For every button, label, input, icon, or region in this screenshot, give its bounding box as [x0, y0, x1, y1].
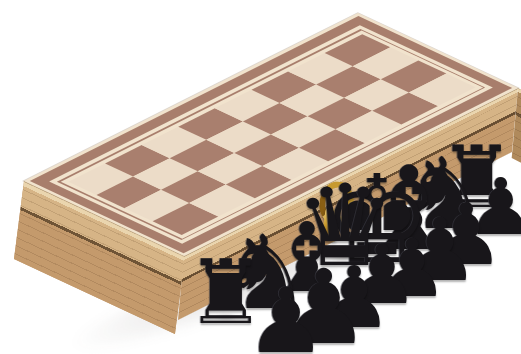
piece-black-pawn[interactable]: ♟	[241, 276, 331, 354]
product-photo-scene: ♞♝♛♚♝♞♜♜♟♟♟♟♟♟♟♟	[0, 0, 521, 354]
